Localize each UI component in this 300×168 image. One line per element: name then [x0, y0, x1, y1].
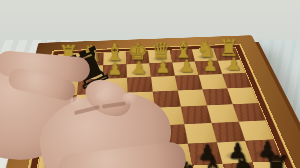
board-square: [203, 88, 233, 105]
piece-wP[interactable]: ♟: [226, 56, 241, 73]
piece-wP[interactable]: ♟: [131, 60, 146, 77]
knuckle-highlight: [70, 96, 86, 108]
board-square: [227, 87, 258, 104]
piece-wP[interactable]: ♟: [203, 57, 218, 74]
board-square: [151, 76, 178, 92]
board-square: [207, 104, 239, 123]
board-square: ♟: [218, 60, 246, 74]
piece-bR[interactable]: ♜: [262, 152, 291, 168]
piece-wP[interactable]: ♟: [179, 58, 194, 75]
piece-wP[interactable]: ♟: [155, 59, 170, 76]
board-square: [127, 77, 153, 93]
board-square: [222, 73, 251, 88]
board-square: [233, 103, 266, 122]
knuckle-highlight: [96, 90, 112, 102]
photo-scene: ♜♞♝♚♛♝♞♜♟♟♟♟♟♟♟♟♟♟♟♟♟♟♟♟♞♝♚♛♝♞♜ ♜ Angled…: [0, 0, 300, 168]
board-square: ♟: [149, 62, 174, 76]
board-square: ♟: [126, 63, 151, 77]
piece-bN[interactable]: ♞: [230, 154, 259, 168]
board-square: ♝: [192, 164, 229, 168]
piece-bB[interactable]: ♝: [198, 156, 227, 168]
